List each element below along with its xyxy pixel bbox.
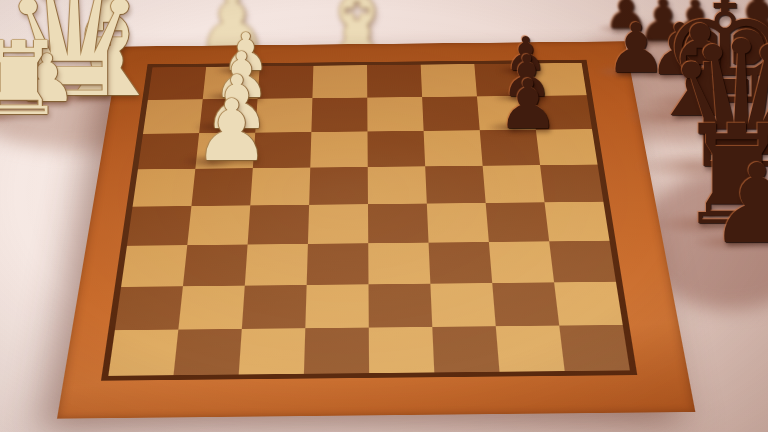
board-square bbox=[545, 202, 610, 242]
black-pawn-staged: ♟ bbox=[604, 0, 648, 36]
board-square bbox=[528, 63, 587, 96]
board-square bbox=[250, 168, 310, 206]
board-square bbox=[367, 131, 425, 167]
board-square bbox=[248, 205, 310, 245]
board-square bbox=[532, 95, 592, 129]
board-square bbox=[309, 167, 368, 205]
board-square bbox=[127, 206, 191, 246]
board-square bbox=[308, 204, 368, 244]
board-square bbox=[486, 202, 550, 242]
board-square bbox=[199, 99, 257, 134]
board-square bbox=[174, 329, 242, 375]
chess-setup-photo: ♟♟♟♟♟♟♟♟♝♜♟♛♝♟♟♟♟♟♟♝♚♛♜♟ bbox=[0, 0, 768, 432]
board-square bbox=[477, 96, 536, 130]
board-square bbox=[183, 245, 248, 287]
board-square bbox=[239, 328, 306, 374]
board-square bbox=[310, 131, 367, 167]
board-square bbox=[549, 241, 616, 283]
board-square bbox=[187, 205, 250, 245]
board-square bbox=[368, 204, 429, 244]
board-square bbox=[255, 98, 312, 132]
board-square bbox=[245, 244, 308, 286]
board-square bbox=[421, 64, 477, 97]
board-square bbox=[148, 67, 206, 100]
piece-shadow bbox=[592, 23, 633, 34]
board-square bbox=[489, 241, 554, 283]
board-square bbox=[430, 283, 495, 327]
chess-board-squares bbox=[101, 60, 637, 381]
board-square bbox=[258, 66, 314, 99]
board-square bbox=[367, 65, 422, 98]
board-square bbox=[203, 66, 260, 99]
board-square bbox=[121, 245, 187, 287]
board-square bbox=[536, 129, 598, 165]
board-square bbox=[483, 165, 545, 203]
board-square bbox=[242, 285, 307, 329]
board-square bbox=[427, 203, 489, 243]
board-square bbox=[108, 330, 178, 376]
board-square bbox=[304, 328, 369, 374]
board-square bbox=[480, 130, 540, 166]
board-square bbox=[368, 166, 427, 204]
board-square bbox=[424, 130, 483, 166]
board-square bbox=[492, 282, 559, 326]
board-square bbox=[133, 169, 196, 207]
board-square bbox=[311, 98, 367, 132]
board-square bbox=[178, 286, 244, 330]
board-square bbox=[369, 284, 433, 328]
board-square bbox=[496, 326, 565, 372]
board-square bbox=[369, 327, 434, 373]
board-square bbox=[474, 64, 531, 97]
board-square bbox=[307, 243, 369, 285]
chess-board bbox=[57, 41, 695, 418]
board-square bbox=[312, 65, 367, 98]
board-square bbox=[367, 97, 423, 131]
board-square bbox=[143, 99, 203, 134]
board-square bbox=[559, 325, 630, 371]
board-square bbox=[432, 326, 499, 372]
board-square bbox=[540, 165, 603, 203]
board-square bbox=[422, 96, 480, 130]
board-square bbox=[191, 168, 252, 206]
board-square bbox=[425, 166, 485, 204]
board-square bbox=[253, 132, 312, 168]
board-square bbox=[195, 133, 255, 169]
board-square bbox=[368, 243, 430, 285]
board-square bbox=[429, 242, 493, 284]
board-square bbox=[554, 282, 623, 326]
board-square bbox=[138, 133, 199, 169]
board-square bbox=[115, 286, 183, 330]
board-square bbox=[305, 284, 368, 328]
